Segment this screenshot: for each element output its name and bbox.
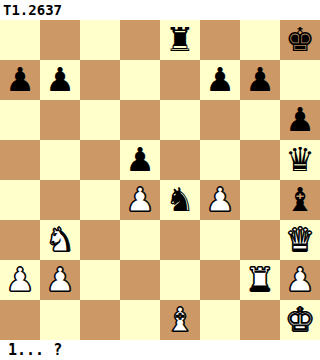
square-e3[interactable]: [160, 220, 200, 260]
black-queen-piece[interactable]: ♛: [285, 140, 315, 180]
black-king-piece[interactable]: ♚: [285, 20, 315, 60]
square-c3[interactable]: [80, 220, 120, 260]
square-d7[interactable]: [120, 60, 160, 100]
square-a5[interactable]: [0, 140, 40, 180]
square-d8[interactable]: [120, 20, 160, 60]
square-d6[interactable]: [120, 100, 160, 140]
move-prompt: 1... ?: [8, 340, 62, 360]
square-a3[interactable]: [0, 220, 40, 260]
black-pawn-piece[interactable]: ♟: [285, 100, 315, 140]
chess-board: ♜♚♟♟♟♟♟♟♛♟♞♟♝♞♛♟♟♜♟♝♚: [0, 20, 320, 340]
white-queen-piece[interactable]: ♛: [285, 220, 315, 260]
white-rook-piece[interactable]: ♜: [245, 260, 275, 300]
square-f5[interactable]: [200, 140, 240, 180]
square-c1[interactable]: [80, 300, 120, 340]
square-c6[interactable]: [80, 100, 120, 140]
square-b5[interactable]: [40, 140, 80, 180]
square-e7[interactable]: [160, 60, 200, 100]
black-pawn-piece[interactable]: ♟: [45, 60, 75, 100]
square-c4[interactable]: [80, 180, 120, 220]
chess-puzzle-page: T1.2637 ♜♚♟♟♟♟♟♟♛♟♞♟♝♞♛♟♟♜♟♝♚ 1... ?: [0, 0, 320, 360]
square-h1[interactable]: ♚: [280, 300, 320, 340]
square-a2[interactable]: ♟: [0, 260, 40, 300]
white-pawn-piece[interactable]: ♟: [205, 180, 235, 220]
square-a6[interactable]: [0, 100, 40, 140]
square-d5[interactable]: ♟: [120, 140, 160, 180]
square-g3[interactable]: [240, 220, 280, 260]
square-c5[interactable]: [80, 140, 120, 180]
square-g2[interactable]: ♜: [240, 260, 280, 300]
white-bishop-piece[interactable]: ♝: [165, 300, 195, 340]
square-b4[interactable]: [40, 180, 80, 220]
prompt-bar: 1... ?: [0, 340, 320, 360]
square-h5[interactable]: ♛: [280, 140, 320, 180]
puzzle-title: T1.2637: [3, 0, 62, 20]
square-e2[interactable]: [160, 260, 200, 300]
square-h2[interactable]: ♟: [280, 260, 320, 300]
square-g1[interactable]: [240, 300, 280, 340]
square-e1[interactable]: ♝: [160, 300, 200, 340]
white-pawn-piece[interactable]: ♟: [125, 180, 155, 220]
square-a7[interactable]: ♟: [0, 60, 40, 100]
square-f3[interactable]: [200, 220, 240, 260]
square-b1[interactable]: [40, 300, 80, 340]
square-b6[interactable]: [40, 100, 80, 140]
square-d1[interactable]: [120, 300, 160, 340]
black-pawn-piece[interactable]: ♟: [245, 60, 275, 100]
white-pawn-piece[interactable]: ♟: [5, 260, 35, 300]
square-d4[interactable]: ♟: [120, 180, 160, 220]
white-pawn-piece[interactable]: ♟: [285, 260, 315, 300]
title-bar: T1.2637: [0, 0, 320, 20]
square-f7[interactable]: ♟: [200, 60, 240, 100]
square-e4[interactable]: ♞: [160, 180, 200, 220]
black-knight-piece[interactable]: ♞: [165, 180, 195, 220]
square-h3[interactable]: ♛: [280, 220, 320, 260]
square-b2[interactable]: ♟: [40, 260, 80, 300]
white-king-piece[interactable]: ♚: [285, 300, 315, 340]
black-pawn-piece[interactable]: ♟: [125, 140, 155, 180]
white-pawn-piece[interactable]: ♟: [45, 260, 75, 300]
square-a1[interactable]: [0, 300, 40, 340]
square-e5[interactable]: [160, 140, 200, 180]
square-h7[interactable]: [280, 60, 320, 100]
square-e8[interactable]: ♜: [160, 20, 200, 60]
square-f2[interactable]: [200, 260, 240, 300]
square-c8[interactable]: [80, 20, 120, 60]
square-g7[interactable]: ♟: [240, 60, 280, 100]
square-c7[interactable]: [80, 60, 120, 100]
square-g4[interactable]: [240, 180, 280, 220]
square-f6[interactable]: [200, 100, 240, 140]
square-f4[interactable]: ♟: [200, 180, 240, 220]
white-knight-piece[interactable]: ♞: [45, 220, 75, 260]
square-g8[interactable]: [240, 20, 280, 60]
square-a8[interactable]: [0, 20, 40, 60]
square-c2[interactable]: [80, 260, 120, 300]
square-g5[interactable]: [240, 140, 280, 180]
square-g6[interactable]: [240, 100, 280, 140]
square-f8[interactable]: [200, 20, 240, 60]
square-b3[interactable]: ♞: [40, 220, 80, 260]
black-bishop-piece[interactable]: ♝: [285, 180, 315, 220]
square-h6[interactable]: ♟: [280, 100, 320, 140]
square-f1[interactable]: [200, 300, 240, 340]
square-b8[interactable]: [40, 20, 80, 60]
black-rook-piece[interactable]: ♜: [165, 20, 195, 60]
square-b7[interactable]: ♟: [40, 60, 80, 100]
square-d2[interactable]: [120, 260, 160, 300]
square-a4[interactable]: [0, 180, 40, 220]
square-d3[interactable]: [120, 220, 160, 260]
square-h8[interactable]: ♚: [280, 20, 320, 60]
square-h4[interactable]: ♝: [280, 180, 320, 220]
black-pawn-piece[interactable]: ♟: [205, 60, 235, 100]
black-pawn-piece[interactable]: ♟: [5, 60, 35, 100]
square-e6[interactable]: [160, 100, 200, 140]
